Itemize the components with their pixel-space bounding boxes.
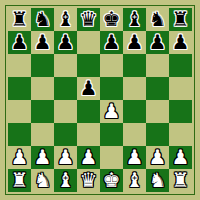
square-e6[interactable] xyxy=(100,54,123,77)
square-g3[interactable] xyxy=(146,123,169,146)
square-a3[interactable] xyxy=(8,123,31,146)
square-f4[interactable] xyxy=(123,100,146,123)
square-c1[interactable]: ♝ xyxy=(54,169,77,192)
white-pawn-piece[interactable]: ♟ xyxy=(172,146,190,169)
square-g7[interactable]: ♟ xyxy=(146,31,169,54)
square-c8[interactable]: ♝ xyxy=(54,8,77,31)
square-a6[interactable] xyxy=(8,54,31,77)
white-rook-piece[interactable]: ♜ xyxy=(11,169,29,192)
square-f8[interactable]: ♝ xyxy=(123,8,146,31)
square-d7[interactable] xyxy=(77,31,100,54)
black-rook-piece[interactable]: ♜ xyxy=(11,8,29,31)
white-pawn-piece[interactable]: ♟ xyxy=(149,146,167,169)
black-bishop-piece[interactable]: ♝ xyxy=(57,8,75,31)
square-h5[interactable] xyxy=(169,77,192,100)
square-c6[interactable] xyxy=(54,54,77,77)
white-bishop-piece[interactable]: ♝ xyxy=(57,169,75,192)
square-h3[interactable] xyxy=(169,123,192,146)
black-bishop-piece[interactable]: ♝ xyxy=(126,8,144,31)
square-a4[interactable] xyxy=(8,100,31,123)
white-knight-piece[interactable]: ♞ xyxy=(149,169,167,192)
square-e4[interactable]: ♟ xyxy=(100,100,123,123)
square-f2[interactable]: ♟ xyxy=(123,146,146,169)
square-b7[interactable]: ♟ xyxy=(31,31,54,54)
square-d2[interactable]: ♟ xyxy=(77,146,100,169)
black-knight-piece[interactable]: ♞ xyxy=(34,8,52,31)
square-b4[interactable] xyxy=(31,100,54,123)
square-b1[interactable]: ♞ xyxy=(31,169,54,192)
black-pawn-piece[interactable]: ♟ xyxy=(11,31,29,54)
square-e5[interactable] xyxy=(100,77,123,100)
square-d3[interactable] xyxy=(77,123,100,146)
black-pawn-piece[interactable]: ♟ xyxy=(57,31,75,54)
square-g4[interactable] xyxy=(146,100,169,123)
square-e1[interactable]: ♚ xyxy=(100,169,123,192)
square-e3[interactable] xyxy=(100,123,123,146)
black-pawn-piece[interactable]: ♟ xyxy=(103,31,121,54)
square-e2[interactable] xyxy=(100,146,123,169)
square-d1[interactable]: ♛ xyxy=(77,169,100,192)
square-c5[interactable] xyxy=(54,77,77,100)
white-pawn-piece[interactable]: ♟ xyxy=(103,100,121,123)
square-g1[interactable]: ♞ xyxy=(146,169,169,192)
white-rook-piece[interactable]: ♜ xyxy=(172,169,190,192)
square-h6[interactable] xyxy=(169,54,192,77)
black-king-piece[interactable]: ♚ xyxy=(103,8,121,31)
square-d6[interactable] xyxy=(77,54,100,77)
square-b2[interactable]: ♟ xyxy=(31,146,54,169)
square-f3[interactable] xyxy=(123,123,146,146)
square-a2[interactable]: ♟ xyxy=(8,146,31,169)
white-pawn-piece[interactable]: ♟ xyxy=(80,146,98,169)
square-h1[interactable]: ♜ xyxy=(169,169,192,192)
square-g6[interactable] xyxy=(146,54,169,77)
white-knight-piece[interactable]: ♞ xyxy=(34,169,52,192)
white-king-piece[interactable]: ♚ xyxy=(103,169,121,192)
square-d4[interactable] xyxy=(77,100,100,123)
black-pawn-piece[interactable]: ♟ xyxy=(80,77,98,100)
white-bishop-piece[interactable]: ♝ xyxy=(126,169,144,192)
white-pawn-piece[interactable]: ♟ xyxy=(126,146,144,169)
white-pawn-piece[interactable]: ♟ xyxy=(57,146,75,169)
black-knight-piece[interactable]: ♞ xyxy=(149,8,167,31)
chess-board: ♜♞♝♛♚♝♞♜♟♟♟♟♟♟♟♟♟♟♟♟♟♟♟♟♜♞♝♛♚♝♞♜ xyxy=(8,8,192,192)
white-queen-piece[interactable]: ♛ xyxy=(80,169,98,192)
black-queen-piece[interactable]: ♛ xyxy=(80,8,98,31)
square-f6[interactable] xyxy=(123,54,146,77)
square-h4[interactable] xyxy=(169,100,192,123)
square-b5[interactable] xyxy=(31,77,54,100)
square-b8[interactable]: ♞ xyxy=(31,8,54,31)
square-c3[interactable] xyxy=(54,123,77,146)
square-h2[interactable]: ♟ xyxy=(169,146,192,169)
square-b3[interactable] xyxy=(31,123,54,146)
black-pawn-piece[interactable]: ♟ xyxy=(34,31,52,54)
square-e8[interactable]: ♚ xyxy=(100,8,123,31)
chess-board-frame: ♜♞♝♛♚♝♞♜♟♟♟♟♟♟♟♟♟♟♟♟♟♟♟♟♜♞♝♛♚♝♞♜ xyxy=(0,0,200,200)
square-c4[interactable] xyxy=(54,100,77,123)
square-h7[interactable]: ♟ xyxy=(169,31,192,54)
black-pawn-piece[interactable]: ♟ xyxy=(172,31,190,54)
square-g5[interactable] xyxy=(146,77,169,100)
square-d8[interactable]: ♛ xyxy=(77,8,100,31)
square-f1[interactable]: ♝ xyxy=(123,169,146,192)
square-b6[interactable] xyxy=(31,54,54,77)
white-pawn-piece[interactable]: ♟ xyxy=(34,146,52,169)
square-h8[interactable]: ♜ xyxy=(169,8,192,31)
square-a7[interactable]: ♟ xyxy=(8,31,31,54)
square-a1[interactable]: ♜ xyxy=(8,169,31,192)
square-e7[interactable]: ♟ xyxy=(100,31,123,54)
square-c2[interactable]: ♟ xyxy=(54,146,77,169)
square-d5[interactable]: ♟ xyxy=(77,77,100,100)
square-g2[interactable]: ♟ xyxy=(146,146,169,169)
square-f7[interactable]: ♟ xyxy=(123,31,146,54)
square-a8[interactable]: ♜ xyxy=(8,8,31,31)
white-pawn-piece[interactable]: ♟ xyxy=(11,146,29,169)
black-rook-piece[interactable]: ♜ xyxy=(172,8,190,31)
square-f5[interactable] xyxy=(123,77,146,100)
square-c7[interactable]: ♟ xyxy=(54,31,77,54)
square-a5[interactable] xyxy=(8,77,31,100)
square-g8[interactable]: ♞ xyxy=(146,8,169,31)
black-pawn-piece[interactable]: ♟ xyxy=(149,31,167,54)
black-pawn-piece[interactable]: ♟ xyxy=(126,31,144,54)
